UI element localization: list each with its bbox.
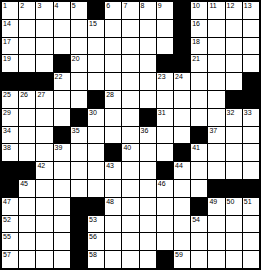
black-cell-r9c1	[19, 162, 35, 179]
white-cell-r2c8[interactable]	[140, 38, 156, 55]
white-cell-r2c6[interactable]	[105, 38, 121, 55]
white-cell-r5c11[interactable]	[191, 91, 207, 108]
white-cell-r2c13[interactable]	[226, 38, 242, 55]
white-cell-r6c0[interactable]: 29	[2, 109, 18, 126]
white-cell-r7c9[interactable]	[157, 127, 173, 144]
black-cell-r12c4	[71, 216, 87, 233]
white-cell-r2c7[interactable]	[122, 38, 138, 55]
black-cell-r7c3	[54, 127, 70, 144]
white-cell-r13c8[interactable]	[140, 233, 156, 250]
white-cell-r0c6[interactable]: 6	[105, 2, 121, 19]
white-cell-r6c10[interactable]	[174, 109, 190, 126]
white-cell-r5c7[interactable]	[122, 91, 138, 108]
white-cell-r9c12[interactable]	[208, 162, 224, 179]
clue-number-17: 17	[3, 38, 11, 46]
clue-number-25: 25	[3, 91, 11, 99]
white-cell-r8c11[interactable]: 41	[191, 144, 207, 161]
white-cell-r13c10[interactable]	[174, 233, 190, 250]
clue-number-33: 33	[244, 109, 252, 117]
white-cell-r1c7[interactable]	[122, 20, 138, 37]
white-cell-r1c1[interactable]	[19, 20, 35, 37]
clue-number-47: 47	[3, 198, 11, 206]
white-cell-r8c12[interactable]	[208, 144, 224, 161]
white-cell-r13c13[interactable]	[226, 233, 242, 250]
white-cell-r13c12[interactable]	[208, 233, 224, 250]
white-cell-r4c4[interactable]	[71, 73, 87, 90]
white-cell-r4c10[interactable]: 24	[174, 73, 190, 90]
black-cell-r10c12	[208, 180, 224, 197]
clue-number-8: 8	[141, 2, 145, 10]
white-cell-r3c1[interactable]	[19, 55, 35, 72]
white-cell-r10c11[interactable]	[191, 180, 207, 197]
clue-number-39: 39	[55, 144, 63, 152]
white-cell-r9c10[interactable]: 44	[174, 162, 190, 179]
white-cell-r1c11[interactable]: 16	[191, 20, 207, 37]
clue-number-27: 27	[37, 91, 45, 99]
white-cell-r7c14[interactable]	[243, 127, 259, 144]
white-cell-r4c12[interactable]	[208, 73, 224, 90]
white-cell-r8c7[interactable]: 40	[122, 144, 138, 161]
white-cell-r8c5[interactable]	[88, 144, 104, 161]
white-cell-r1c4[interactable]	[71, 20, 87, 37]
black-cell-r0c10	[174, 2, 190, 19]
clue-number-15: 15	[89, 20, 97, 28]
clue-number-37: 37	[209, 127, 217, 135]
white-cell-r12c14[interactable]	[243, 216, 259, 233]
white-cell-r14c3[interactable]	[54, 251, 70, 268]
white-cell-r5c2[interactable]: 27	[36, 91, 52, 108]
white-cell-r3c13[interactable]	[226, 55, 242, 72]
white-cell-r0c7[interactable]: 7	[122, 2, 138, 19]
white-cell-r13c7[interactable]	[122, 233, 138, 250]
clue-number-54: 54	[192, 216, 200, 224]
white-cell-r6c14[interactable]: 33	[243, 109, 259, 126]
white-cell-r3c7[interactable]	[122, 55, 138, 72]
clue-number-22: 22	[55, 73, 63, 81]
white-cell-r1c9[interactable]	[157, 20, 173, 37]
black-cell-r3c9	[157, 55, 173, 72]
black-cell-r4c0	[2, 73, 18, 90]
white-cell-r2c12[interactable]	[208, 38, 224, 55]
clue-number-29: 29	[3, 109, 11, 117]
clue-number-40: 40	[123, 144, 131, 152]
black-cell-r14c4	[71, 251, 87, 268]
white-cell-r5c12[interactable]	[208, 91, 224, 108]
black-cell-r11c5	[88, 198, 104, 215]
clue-number-34: 34	[3, 127, 11, 135]
black-cell-r0c5	[88, 2, 104, 19]
clue-number-42: 42	[37, 162, 45, 170]
white-cell-r7c5[interactable]	[88, 127, 104, 144]
white-cell-r10c6[interactable]	[105, 180, 121, 197]
white-cell-r0c3[interactable]: 4	[54, 2, 70, 19]
white-cell-r12c9[interactable]	[157, 216, 173, 233]
clue-number-35: 35	[72, 127, 80, 135]
white-cell-r4c13[interactable]	[226, 73, 242, 90]
white-cell-r6c6[interactable]	[105, 109, 121, 126]
clue-number-32: 32	[227, 109, 235, 117]
white-cell-r8c14[interactable]	[243, 144, 259, 161]
clue-number-12: 12	[227, 2, 235, 10]
white-cell-r2c5[interactable]	[88, 38, 104, 55]
white-cell-r13c14[interactable]	[243, 233, 259, 250]
black-cell-r7c11	[191, 127, 207, 144]
white-cell-r14c7[interactable]	[122, 251, 138, 268]
white-cell-r9c11[interactable]	[191, 162, 207, 179]
white-cell-r1c5[interactable]: 15	[88, 20, 104, 37]
white-cell-r2c2[interactable]	[36, 38, 52, 55]
clue-number-23: 23	[158, 73, 166, 81]
clue-number-9: 9	[158, 2, 162, 10]
white-cell-r14c5[interactable]: 58	[88, 251, 104, 268]
white-cell-r5c9[interactable]	[157, 91, 173, 108]
clue-number-46: 46	[158, 180, 166, 188]
clue-number-26: 26	[20, 91, 28, 99]
white-cell-r6c9[interactable]: 31	[157, 109, 173, 126]
black-cell-r6c4	[71, 109, 87, 126]
white-cell-r2c1[interactable]	[19, 38, 35, 55]
white-cell-r8c3[interactable]: 39	[54, 144, 70, 161]
white-cell-r9c4[interactable]	[71, 162, 87, 179]
white-cell-r1c14[interactable]	[243, 20, 259, 37]
white-cell-r14c10[interactable]: 59	[174, 251, 190, 268]
white-cell-r9c8[interactable]	[140, 162, 156, 179]
white-cell-r1c13[interactable]	[226, 20, 242, 37]
white-cell-r6c3[interactable]	[54, 109, 70, 126]
white-cell-r2c14[interactable]	[243, 38, 259, 55]
white-cell-r0c14[interactable]: 13	[243, 2, 259, 19]
white-cell-r0c0[interactable]: 1	[2, 2, 18, 19]
clue-number-10: 10	[192, 2, 200, 10]
white-cell-r11c7[interactable]	[122, 198, 138, 215]
white-cell-r0c1[interactable]: 2	[19, 2, 35, 19]
white-cell-r7c13[interactable]	[226, 127, 242, 144]
white-cell-r11c13[interactable]: 50	[226, 198, 242, 215]
white-cell-r10c9[interactable]: 46	[157, 180, 173, 197]
white-cell-r6c13[interactable]: 32	[226, 109, 242, 126]
clue-number-38: 38	[3, 144, 11, 152]
white-cell-r3c6[interactable]	[105, 55, 121, 72]
white-cell-r11c8[interactable]	[140, 198, 156, 215]
white-cell-r14c12[interactable]	[208, 251, 224, 268]
black-cell-r5c14	[243, 91, 259, 108]
clue-number-53: 53	[89, 216, 97, 224]
black-cell-r3c3	[54, 55, 70, 72]
black-cell-r11c4	[71, 198, 87, 215]
clue-number-16: 16	[192, 20, 200, 28]
white-cell-r3c14[interactable]	[243, 55, 259, 72]
black-cell-r8c10	[174, 144, 190, 161]
white-cell-r9c13[interactable]	[226, 162, 242, 179]
white-cell-r5c3[interactable]	[54, 91, 70, 108]
white-cell-r2c3[interactable]	[54, 38, 70, 55]
white-cell-r8c9[interactable]	[157, 144, 173, 161]
white-cell-r2c4[interactable]	[71, 38, 87, 55]
white-cell-r0c2[interactable]: 3	[36, 2, 52, 19]
white-cell-r1c3[interactable]	[54, 20, 70, 37]
white-cell-r1c6[interactable]	[105, 20, 121, 37]
white-cell-r12c11[interactable]: 54	[191, 216, 207, 233]
white-cell-r12c5[interactable]: 53	[88, 216, 104, 233]
black-cell-r5c13	[226, 91, 242, 108]
white-cell-r3c12[interactable]	[208, 55, 224, 72]
white-cell-r12c0[interactable]: 52	[2, 216, 18, 233]
clue-number-2: 2	[20, 2, 24, 10]
white-cell-r7c0[interactable]: 34	[2, 127, 18, 144]
clue-number-58: 58	[89, 251, 97, 259]
white-cell-r11c3[interactable]	[54, 198, 70, 215]
white-cell-r0c13[interactable]: 12	[226, 2, 242, 19]
clue-number-1: 1	[3, 2, 7, 10]
white-cell-r13c2[interactable]	[36, 233, 52, 250]
white-cell-r5c10[interactable]	[174, 91, 190, 108]
white-cell-r2c9[interactable]	[157, 38, 173, 55]
white-cell-r13c0[interactable]: 55	[2, 233, 18, 250]
white-cell-r0c12[interactable]: 11	[208, 2, 224, 19]
white-cell-r10c2[interactable]	[36, 180, 52, 197]
black-cell-r10c14	[243, 180, 259, 197]
white-cell-r7c4[interactable]: 35	[71, 127, 87, 144]
white-cell-r8c4[interactable]	[71, 144, 87, 161]
white-cell-r4c7[interactable]	[122, 73, 138, 90]
white-cell-r7c10[interactable]	[174, 127, 190, 144]
clue-number-56: 56	[89, 233, 97, 241]
clue-number-41: 41	[192, 144, 200, 152]
black-cell-r6c8	[140, 109, 156, 126]
clue-number-5: 5	[72, 2, 76, 10]
white-cell-r1c2[interactable]	[36, 20, 52, 37]
clue-number-14: 14	[3, 20, 11, 28]
white-cell-r10c5[interactable]	[88, 180, 104, 197]
white-cell-r4c5[interactable]	[88, 73, 104, 90]
black-cell-r9c9	[157, 162, 173, 179]
white-cell-r4c6[interactable]	[105, 73, 121, 90]
white-cell-r8c0[interactable]: 38	[2, 144, 18, 161]
black-cell-r4c1	[19, 73, 35, 90]
white-cell-r11c10[interactable]	[174, 198, 190, 215]
white-cell-r9c6[interactable]: 43	[105, 162, 121, 179]
clue-number-44: 44	[175, 162, 183, 170]
white-cell-r7c7[interactable]	[122, 127, 138, 144]
black-cell-r11c11	[191, 198, 207, 215]
white-cell-r8c8[interactable]	[140, 144, 156, 161]
white-cell-r12c8[interactable]	[140, 216, 156, 233]
white-cell-r1c0[interactable]: 14	[2, 20, 18, 37]
white-cell-r0c11[interactable]: 10	[191, 2, 207, 19]
white-cell-r14c11[interactable]	[191, 251, 207, 268]
clue-number-50: 50	[227, 198, 235, 206]
white-cell-r3c5[interactable]	[88, 55, 104, 72]
white-cell-r13c3[interactable]	[54, 233, 70, 250]
clue-number-45: 45	[20, 180, 28, 188]
white-cell-r12c7[interactable]	[122, 216, 138, 233]
white-cell-r6c11[interactable]	[191, 109, 207, 126]
clue-number-24: 24	[175, 73, 183, 81]
white-cell-r10c8[interactable]	[140, 180, 156, 197]
clue-number-30: 30	[89, 109, 97, 117]
white-cell-r7c8[interactable]: 36	[140, 127, 156, 144]
white-cell-r1c8[interactable]	[140, 20, 156, 37]
white-cell-r3c8[interactable]	[140, 55, 156, 72]
white-cell-r13c1[interactable]	[19, 233, 35, 250]
white-cell-r5c8[interactable]	[140, 91, 156, 108]
clue-number-31: 31	[158, 109, 166, 117]
white-cell-r14c0[interactable]: 57	[2, 251, 18, 268]
white-cell-r9c5[interactable]	[88, 162, 104, 179]
clue-number-57: 57	[3, 251, 11, 259]
white-cell-r12c13[interactable]	[226, 216, 242, 233]
clue-number-48: 48	[106, 198, 114, 206]
clue-number-49: 49	[209, 198, 217, 206]
white-cell-r14c6[interactable]	[105, 251, 121, 268]
clue-number-36: 36	[141, 127, 149, 135]
white-cell-r14c2[interactable]	[36, 251, 52, 268]
black-cell-r14c9	[157, 251, 173, 268]
white-cell-r12c1[interactable]	[19, 216, 35, 233]
white-cell-r3c0[interactable]: 19	[2, 55, 18, 72]
clue-number-28: 28	[106, 91, 114, 99]
white-cell-r7c1[interactable]	[19, 127, 35, 144]
clue-number-21: 21	[192, 55, 200, 63]
clue-number-4: 4	[55, 2, 59, 10]
white-cell-r11c2[interactable]	[36, 198, 52, 215]
clue-number-18: 18	[192, 38, 200, 46]
white-cell-r13c6[interactable]	[105, 233, 121, 250]
white-cell-r8c2[interactable]	[36, 144, 52, 161]
white-cell-r12c12[interactable]	[208, 216, 224, 233]
black-cell-r1c10	[174, 20, 190, 37]
white-cell-r12c6[interactable]	[105, 216, 121, 233]
black-cell-r10c0	[2, 180, 18, 197]
white-cell-r13c11[interactable]	[191, 233, 207, 250]
white-cell-r4c3[interactable]: 22	[54, 73, 70, 90]
clue-number-55: 55	[3, 233, 11, 241]
white-cell-r4c11[interactable]	[191, 73, 207, 90]
white-cell-r12c3[interactable]	[54, 216, 70, 233]
clue-number-51: 51	[244, 198, 252, 206]
black-cell-r4c14	[243, 73, 259, 90]
white-cell-r14c8[interactable]	[140, 251, 156, 268]
white-cell-r14c13[interactable]	[226, 251, 242, 268]
white-cell-r10c7[interactable]	[122, 180, 138, 197]
white-cell-r7c6[interactable]	[105, 127, 121, 144]
white-cell-r5c4[interactable]	[71, 91, 87, 108]
white-cell-r12c10[interactable]	[174, 216, 190, 233]
white-cell-r3c11[interactable]: 21	[191, 55, 207, 72]
white-cell-r11c6[interactable]: 48	[105, 198, 121, 215]
black-cell-r13c4	[71, 233, 87, 250]
black-cell-r8c6	[105, 144, 121, 161]
white-cell-r9c2[interactable]: 42	[36, 162, 52, 179]
black-cell-r5c5	[88, 91, 104, 108]
clue-number-59: 59	[175, 251, 183, 259]
white-cell-r8c13[interactable]	[226, 144, 242, 161]
white-cell-r9c14[interactable]	[243, 162, 259, 179]
white-cell-r9c7[interactable]	[122, 162, 138, 179]
white-cell-r6c1[interactable]	[19, 109, 35, 126]
white-cell-r13c5[interactable]: 56	[88, 233, 104, 250]
black-cell-r9c0	[2, 162, 18, 179]
white-cell-r0c4[interactable]: 5	[71, 2, 87, 19]
white-cell-r13c9[interactable]	[157, 233, 173, 250]
clue-number-20: 20	[72, 55, 80, 63]
white-cell-r2c11[interactable]: 18	[191, 38, 207, 55]
clue-number-6: 6	[106, 2, 110, 10]
white-cell-r10c10[interactable]	[174, 180, 190, 197]
white-cell-r8c1[interactable]	[19, 144, 35, 161]
white-cell-r5c1[interactable]: 26	[19, 91, 35, 108]
white-cell-r6c5[interactable]: 30	[88, 109, 104, 126]
white-cell-r10c3[interactable]	[54, 180, 70, 197]
white-cell-r6c2[interactable]	[36, 109, 52, 126]
clue-number-7: 7	[123, 2, 127, 10]
white-cell-r11c9[interactable]	[157, 198, 173, 215]
white-cell-r11c1[interactable]	[19, 198, 35, 215]
clue-number-3: 3	[37, 2, 41, 10]
white-cell-r2c0[interactable]: 17	[2, 38, 18, 55]
clue-number-11: 11	[209, 2, 216, 10]
white-cell-r5c0[interactable]: 25	[2, 91, 18, 108]
black-cell-r10c13	[226, 180, 242, 197]
clue-number-43: 43	[106, 162, 114, 170]
clue-number-19: 19	[3, 55, 11, 63]
white-cell-r1c12[interactable]	[208, 20, 224, 37]
white-cell-r3c4[interactable]: 20	[71, 55, 87, 72]
white-cell-r10c4[interactable]	[71, 180, 87, 197]
white-cell-r7c12[interactable]: 37	[208, 127, 224, 144]
white-cell-r4c8[interactable]	[140, 73, 156, 90]
white-cell-r7c2[interactable]	[36, 127, 52, 144]
clue-number-52: 52	[3, 216, 11, 224]
white-cell-r11c14[interactable]: 51	[243, 198, 259, 215]
white-cell-r6c7[interactable]	[122, 109, 138, 126]
black-cell-r2c10	[174, 38, 190, 55]
white-cell-r14c1[interactable]	[19, 251, 35, 268]
white-cell-r0c8[interactable]: 8	[140, 2, 156, 19]
white-cell-r9c3[interactable]	[54, 162, 70, 179]
white-cell-r14c14[interactable]	[243, 251, 259, 268]
white-cell-r0c9[interactable]: 9	[157, 2, 173, 19]
black-cell-r4c2	[36, 73, 52, 90]
white-cell-r3c2[interactable]	[36, 55, 52, 72]
white-cell-r12c2[interactable]	[36, 216, 52, 233]
white-cell-r6c12[interactable]	[208, 109, 224, 126]
white-cell-r4c9[interactable]: 23	[157, 73, 173, 90]
white-cell-r11c0[interactable]: 47	[2, 198, 18, 215]
white-cell-r11c12[interactable]: 49	[208, 198, 224, 215]
black-cell-r3c10	[174, 55, 190, 72]
white-cell-r10c1[interactable]: 45	[19, 180, 35, 197]
crossword-grid: 1234567891011121314151617181920212223242…	[0, 0, 261, 270]
clue-number-13: 13	[244, 2, 252, 10]
white-cell-r5c6[interactable]: 28	[105, 91, 121, 108]
